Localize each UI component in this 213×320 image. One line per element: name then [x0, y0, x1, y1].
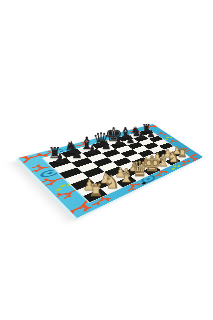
product-photo: ♜♞♝♛♚♝♞♜♟♟♟♟♟♟♟♟♟♟♟♟♟♟♟♟♜♞♝♛♚♝♞♜: [0, 0, 213, 320]
